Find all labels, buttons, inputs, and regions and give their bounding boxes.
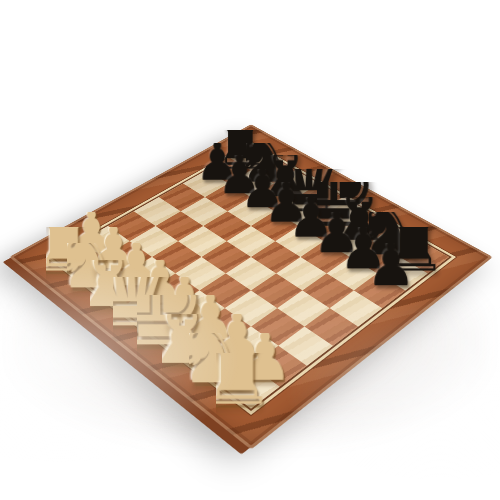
piece-shadow-f2 — [190, 314, 237, 348]
square-g8: ♞ — [372, 226, 421, 257]
white-rook-a1: ♜ — [46, 227, 81, 265]
photo-background: ♜♞♝♛♚♝♞♜♟♟♟♟♟♟♟♟♟♟♟♟♟♟♟♟♜♞♝♛♚♝♞♜ — [0, 0, 500, 500]
piece-shadow-e1 — [137, 314, 184, 348]
square-e5 — [251, 241, 300, 273]
square-h1: ♜ — [222, 366, 279, 409]
white-king-glyph: ♚ — [105, 240, 207, 363]
piece-shadow-e2 — [165, 296, 211, 328]
piece-shadow-h1 — [215, 373, 266, 411]
square-a2: ♟ — [81, 226, 130, 257]
